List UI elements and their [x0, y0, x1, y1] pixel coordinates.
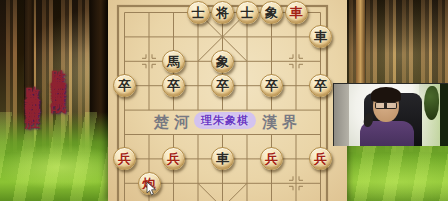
piece-black-general[interactable]: 将	[211, 1, 234, 24]
piece-red-chariot[interactable]: 車	[285, 1, 308, 24]
piece-black-elephant-right[interactable]: 象	[260, 1, 283, 24]
webcam-right-edge	[440, 84, 448, 146]
stream-frame: 胜兵先胜而后求战 败兵先战而后求胜	[0, 0, 448, 201]
streamer-hair	[371, 87, 401, 102]
webcam-wall	[334, 84, 349, 146]
hanging-plant	[424, 86, 439, 120]
piece-black-elephant-center[interactable]: 象	[211, 50, 234, 73]
piece-black-advisor-left[interactable]: 士	[187, 1, 210, 24]
caption-victory-line: 胜兵先胜而后求战	[48, 58, 67, 90]
streamer-glasses	[375, 102, 397, 109]
river-label-han: 漢界	[262, 113, 302, 132]
piece-black-advisor-right[interactable]: 士	[236, 1, 259, 24]
caption-defeat-line: 败兵先战而后求胜	[22, 74, 41, 106]
piece-black-horse[interactable]: 馬	[162, 50, 185, 73]
mouse-cursor	[146, 182, 157, 197]
river-label-chu: 楚河	[154, 113, 194, 132]
app-watermark: 理朱象棋	[194, 112, 256, 129]
xiangqi-board[interactable]: 楚河 理朱象棋 漢界 士将士象車車馬象卒卒卒卒卒兵兵車兵兵炮	[108, 0, 347, 201]
webcam-overlay	[333, 83, 448, 146]
